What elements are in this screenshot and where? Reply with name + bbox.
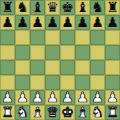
square-b7[interactable]: ♟ bbox=[15, 15, 30, 30]
square-d8[interactable]: ♛ bbox=[45, 0, 60, 15]
square-a5[interactable] bbox=[0, 45, 15, 60]
square-d3[interactable] bbox=[45, 75, 60, 90]
white-pawn-b2[interactable]: ♟ bbox=[16, 90, 29, 105]
square-f2[interactable]: ♟ bbox=[75, 90, 90, 105]
square-c6[interactable] bbox=[30, 30, 45, 45]
white-knight-b1[interactable]: ♞ bbox=[16, 105, 29, 120]
square-g5[interactable] bbox=[90, 45, 105, 60]
square-h2[interactable]: ♟ bbox=[105, 90, 120, 105]
black-pawn-c7[interactable]: ♟ bbox=[31, 15, 44, 30]
square-d7[interactable]: ♟ bbox=[45, 15, 60, 30]
square-b8[interactable]: ♞ bbox=[15, 0, 30, 15]
square-g3[interactable] bbox=[90, 75, 105, 90]
black-pawn-e7[interactable]: ♟ bbox=[61, 15, 74, 30]
square-c5[interactable] bbox=[30, 45, 45, 60]
white-rook-a1[interactable]: ♜ bbox=[1, 105, 14, 120]
black-pawn-d7[interactable]: ♟ bbox=[46, 15, 59, 30]
square-g6[interactable] bbox=[90, 30, 105, 45]
square-h6[interactable] bbox=[105, 30, 120, 45]
square-a6[interactable] bbox=[0, 30, 15, 45]
square-a4[interactable] bbox=[0, 60, 15, 75]
white-king-e1[interactable]: ♚ bbox=[61, 105, 74, 120]
black-bishop-c8[interactable]: ♝ bbox=[31, 0, 44, 15]
square-f8[interactable]: ♝ bbox=[75, 0, 90, 15]
square-g1[interactable]: ♞ bbox=[90, 105, 105, 120]
square-c7[interactable]: ♟ bbox=[30, 15, 45, 30]
white-pawn-f2[interactable]: ♟ bbox=[76, 90, 89, 105]
square-c1[interactable]: ♝ bbox=[30, 105, 45, 120]
white-pawn-h2[interactable]: ♟ bbox=[106, 90, 119, 105]
square-e8[interactable]: ♚ bbox=[60, 0, 75, 15]
square-a1[interactable]: ♜ bbox=[0, 105, 15, 120]
white-bishop-c1[interactable]: ♝ bbox=[31, 105, 44, 120]
square-e2[interactable]: ♟ bbox=[60, 90, 75, 105]
square-c8[interactable]: ♝ bbox=[30, 0, 45, 15]
square-a7[interactable]: ♟ bbox=[0, 15, 15, 30]
square-f6[interactable] bbox=[75, 30, 90, 45]
square-h8[interactable]: ♜ bbox=[105, 0, 120, 15]
black-bishop-f8[interactable]: ♝ bbox=[76, 0, 89, 15]
square-h5[interactable] bbox=[105, 45, 120, 60]
square-d2[interactable]: ♟ bbox=[45, 90, 60, 105]
square-e3[interactable] bbox=[60, 75, 75, 90]
square-f3[interactable] bbox=[75, 75, 90, 90]
square-d4[interactable] bbox=[45, 60, 60, 75]
square-b4[interactable] bbox=[15, 60, 30, 75]
white-queen-d1[interactable]: ♛ bbox=[46, 105, 59, 120]
square-f1[interactable]: ♝ bbox=[75, 105, 90, 120]
white-pawn-d2[interactable]: ♟ bbox=[46, 90, 59, 105]
square-c3[interactable] bbox=[30, 75, 45, 90]
square-e7[interactable]: ♟ bbox=[60, 15, 75, 30]
black-pawn-h7[interactable]: ♟ bbox=[106, 15, 119, 30]
square-a2[interactable]: ♟ bbox=[0, 90, 15, 105]
square-c2[interactable]: ♟ bbox=[30, 90, 45, 105]
white-rook-h1[interactable]: ♜ bbox=[106, 105, 119, 120]
square-e1[interactable]: ♚ bbox=[60, 105, 75, 120]
square-h4[interactable] bbox=[105, 60, 120, 75]
black-knight-b8[interactable]: ♞ bbox=[16, 0, 29, 15]
square-b5[interactable] bbox=[15, 45, 30, 60]
black-queen-d8[interactable]: ♛ bbox=[46, 0, 59, 15]
square-e6[interactable] bbox=[60, 30, 75, 45]
square-f5[interactable] bbox=[75, 45, 90, 60]
black-king-e8[interactable]: ♚ bbox=[61, 0, 74, 15]
square-a3[interactable] bbox=[0, 75, 15, 90]
square-c4[interactable] bbox=[30, 60, 45, 75]
square-g4[interactable] bbox=[90, 60, 105, 75]
square-d1[interactable]: ♛ bbox=[45, 105, 60, 120]
square-d5[interactable] bbox=[45, 45, 60, 60]
square-h7[interactable]: ♟ bbox=[105, 15, 120, 30]
square-b2[interactable]: ♟ bbox=[15, 90, 30, 105]
white-pawn-e2[interactable]: ♟ bbox=[61, 90, 74, 105]
square-h3[interactable] bbox=[105, 75, 120, 90]
white-pawn-a2[interactable]: ♟ bbox=[1, 90, 14, 105]
square-h1[interactable]: ♜ bbox=[105, 105, 120, 120]
chess-board: ♜♞♝♛♚♝♞♜♟♟♟♟♟♟♟♟♟♟♟♟♟♟♟♟♜♞♝♛♚♝♞♜ bbox=[0, 0, 120, 120]
square-b6[interactable] bbox=[15, 30, 30, 45]
black-rook-a8[interactable]: ♜ bbox=[1, 0, 14, 15]
square-g8[interactable]: ♞ bbox=[90, 0, 105, 15]
black-pawn-f7[interactable]: ♟ bbox=[76, 15, 89, 30]
square-f4[interactable] bbox=[75, 60, 90, 75]
white-pawn-c2[interactable]: ♟ bbox=[31, 90, 44, 105]
square-f7[interactable]: ♟ bbox=[75, 15, 90, 30]
black-knight-g8[interactable]: ♞ bbox=[91, 0, 104, 15]
black-pawn-g7[interactable]: ♟ bbox=[91, 15, 104, 30]
black-rook-h8[interactable]: ♜ bbox=[106, 0, 119, 15]
white-bishop-f1[interactable]: ♝ bbox=[76, 105, 89, 120]
square-b3[interactable] bbox=[15, 75, 30, 90]
square-g7[interactable]: ♟ bbox=[90, 15, 105, 30]
square-d6[interactable] bbox=[45, 30, 60, 45]
square-e5[interactable] bbox=[60, 45, 75, 60]
black-pawn-a7[interactable]: ♟ bbox=[1, 15, 14, 30]
white-pawn-g2[interactable]: ♟ bbox=[91, 90, 104, 105]
square-b1[interactable]: ♞ bbox=[15, 105, 30, 120]
square-g2[interactable]: ♟ bbox=[90, 90, 105, 105]
square-e4[interactable] bbox=[60, 60, 75, 75]
black-pawn-b7[interactable]: ♟ bbox=[16, 15, 29, 30]
white-knight-g1[interactable]: ♞ bbox=[91, 105, 104, 120]
square-a8[interactable]: ♜ bbox=[0, 0, 15, 15]
